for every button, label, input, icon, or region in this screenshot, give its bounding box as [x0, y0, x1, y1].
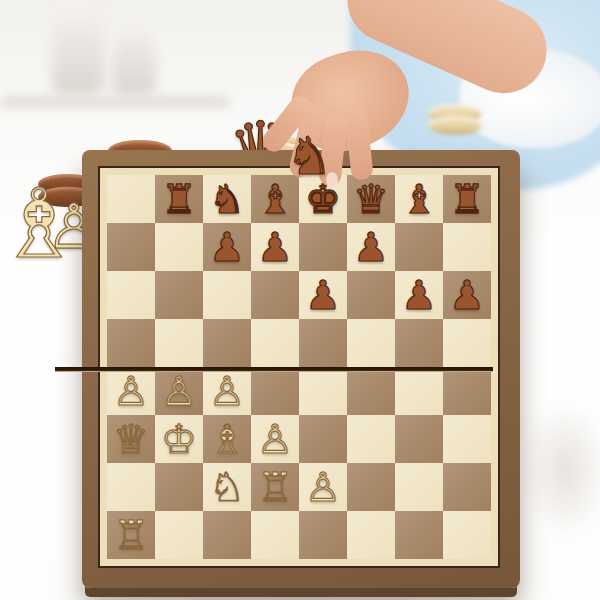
square-h2[interactable]: [443, 463, 491, 511]
piece-white-rook[interactable]: ♖: [113, 511, 149, 559]
square-b2[interactable]: [155, 463, 203, 511]
square-b5[interactable]: [155, 319, 203, 367]
square-f4[interactable]: [347, 367, 395, 415]
square-c5[interactable]: [203, 319, 251, 367]
piece-black-rook[interactable]: ♜: [449, 175, 485, 223]
square-a4[interactable]: ♙: [107, 367, 155, 415]
square-a7[interactable]: [107, 223, 155, 271]
square-h3[interactable]: [443, 415, 491, 463]
piece-black-bishop[interactable]: ♝: [401, 175, 437, 223]
square-d3[interactable]: ♙: [251, 415, 299, 463]
square-d5[interactable]: [251, 319, 299, 367]
square-c1[interactable]: [203, 511, 251, 559]
square-e7[interactable]: [299, 223, 347, 271]
square-f7[interactable]: ♟: [347, 223, 395, 271]
square-f8[interactable]: ♛: [347, 175, 395, 223]
background-vase: [112, 22, 156, 96]
background-shelf: [0, 96, 230, 108]
square-e6[interactable]: ♟: [299, 271, 347, 319]
piece-white-knight[interactable]: ♘: [209, 463, 245, 511]
piece-white-rook[interactable]: ♖: [257, 463, 293, 511]
piece-black-pawn[interactable]: ♟: [401, 271, 437, 319]
piece-white-pawn[interactable]: ♙: [161, 367, 197, 415]
piece-white-bishop[interactable]: ♗: [209, 415, 245, 463]
square-h6[interactable]: ♟: [443, 271, 491, 319]
square-c3[interactable]: ♗: [203, 415, 251, 463]
square-b4[interactable]: ♙: [155, 367, 203, 415]
square-h7[interactable]: [443, 223, 491, 271]
piece-black-pawn[interactable]: ♟: [209, 223, 245, 271]
square-a1[interactable]: ♖: [107, 511, 155, 559]
square-c6[interactable]: [203, 271, 251, 319]
square-h4[interactable]: [443, 367, 491, 415]
piece-white-king[interactable]: ♔: [161, 415, 197, 463]
square-b6[interactable]: [155, 271, 203, 319]
square-g4[interactable]: [395, 367, 443, 415]
piece-black-queen[interactable]: ♛: [353, 175, 389, 223]
table-shadow: [520, 400, 600, 540]
piece-white-pawn[interactable]: ♙: [257, 415, 293, 463]
square-b7[interactable]: [155, 223, 203, 271]
piece-white-queen[interactable]: ♕: [113, 415, 149, 463]
square-f2[interactable]: [347, 463, 395, 511]
square-f1[interactable]: [347, 511, 395, 559]
piece-white-pawn[interactable]: ♙: [113, 367, 149, 415]
piece-black-pawn[interactable]: ♟: [305, 271, 341, 319]
square-a3[interactable]: ♕: [107, 415, 155, 463]
square-h1[interactable]: [443, 511, 491, 559]
square-g6[interactable]: ♟: [395, 271, 443, 319]
square-e1[interactable]: [299, 511, 347, 559]
square-e5[interactable]: [299, 319, 347, 367]
square-c4[interactable]: ♙: [203, 367, 251, 415]
square-d6[interactable]: [251, 271, 299, 319]
square-g1[interactable]: [395, 511, 443, 559]
square-g3[interactable]: [395, 415, 443, 463]
piece-white-pawn[interactable]: ♙: [305, 463, 341, 511]
checker-disc-cream: [428, 116, 482, 135]
board-fold-line: [55, 367, 493, 372]
square-b1[interactable]: [155, 511, 203, 559]
square-d7[interactable]: ♟: [251, 223, 299, 271]
square-d4[interactable]: [251, 367, 299, 415]
chess-board-frame: ♜♞♝♚♛♝♜♟♟♟♟♟♟♙♙♙♕♔♗♙♘♖♙♖: [82, 150, 520, 588]
square-d1[interactable]: [251, 511, 299, 559]
square-e3[interactable]: [299, 415, 347, 463]
piece-black-pawn[interactable]: ♟: [353, 223, 389, 271]
held-piece-black-knight[interactable]: ♞: [286, 130, 333, 182]
square-f5[interactable]: [347, 319, 395, 367]
square-f3[interactable]: [347, 415, 395, 463]
square-a8[interactable]: [107, 175, 155, 223]
square-c7[interactable]: ♟: [203, 223, 251, 271]
square-c2[interactable]: ♘: [203, 463, 251, 511]
square-b3[interactable]: ♔: [155, 415, 203, 463]
square-e4[interactable]: [299, 367, 347, 415]
square-a2[interactable]: [107, 463, 155, 511]
square-a6[interactable]: [107, 271, 155, 319]
piece-white-pawn[interactable]: ♙: [209, 367, 245, 415]
piece-black-pawn[interactable]: ♟: [257, 223, 293, 271]
square-g2[interactable]: [395, 463, 443, 511]
square-g7[interactable]: [395, 223, 443, 271]
piece-black-rook[interactable]: ♜: [161, 175, 197, 223]
piece-black-pawn[interactable]: ♟: [449, 271, 485, 319]
square-c8[interactable]: ♞: [203, 175, 251, 223]
photo-scene: ♗♙♛ ♜♞♝♚♛♝♜♟♟♟♟♟♟♙♙♙♕♔♗♙♘♖♙♖ ♞: [0, 0, 600, 600]
square-h8[interactable]: ♜: [443, 175, 491, 223]
square-b8[interactable]: ♜: [155, 175, 203, 223]
square-f6[interactable]: [347, 271, 395, 319]
square-h5[interactable]: [443, 319, 491, 367]
background-vase: [52, 8, 104, 96]
square-a5[interactable]: [107, 319, 155, 367]
square-e2[interactable]: ♙: [299, 463, 347, 511]
square-g8[interactable]: ♝: [395, 175, 443, 223]
square-d2[interactable]: ♖: [251, 463, 299, 511]
square-g5[interactable]: [395, 319, 443, 367]
piece-black-knight[interactable]: ♞: [209, 175, 245, 223]
